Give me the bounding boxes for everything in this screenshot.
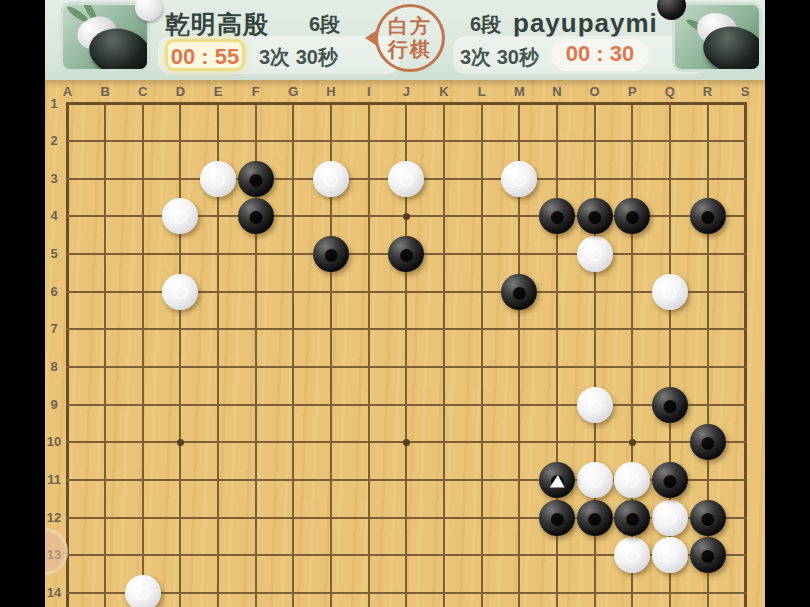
stone-glyph: ○ <box>510 161 528 197</box>
white-stone-H3: ○ <box>313 161 349 197</box>
black-stone-M6: ● <box>501 274 537 310</box>
white-stone-O11: ○ <box>577 462 613 498</box>
column-label-D: D <box>170 84 190 99</box>
stone-glyph: ○ <box>623 537 641 573</box>
grid-hline-8 <box>66 366 747 368</box>
stone-glyph: ○ <box>661 274 679 310</box>
stone-glyph: ● <box>661 387 679 423</box>
stone-glyph: ● <box>322 236 340 272</box>
white-stone-Q6: ○ <box>652 274 688 310</box>
right-player-clock: 00 : 30 <box>551 39 649 71</box>
stone-glyph: ○ <box>661 500 679 536</box>
floating-edge-button[interactable] <box>45 528 68 575</box>
stone-glyph: ● <box>661 462 679 498</box>
row-label-4: 4 <box>45 208 63 223</box>
black-stone-N11: ● <box>539 462 575 498</box>
black-stone-N4: ● <box>539 198 575 234</box>
column-label-H: H <box>321 84 341 99</box>
white-stone-J3: ○ <box>388 161 424 197</box>
black-stone-R13: ● <box>690 537 726 573</box>
column-label-O: O <box>585 84 605 99</box>
stone-glyph: ● <box>698 537 716 573</box>
row-label-9: 9 <box>45 397 63 412</box>
white-stone-C14: ○ <box>125 575 161 607</box>
column-label-F: F <box>246 84 266 99</box>
row-label-11: 11 <box>45 472 63 487</box>
black-stone-N12: ● <box>539 500 575 536</box>
stone-glyph: ● <box>698 500 716 536</box>
seal-line2: 行棋 <box>388 38 432 61</box>
right-player-byoyomi: 3次 30秒 <box>460 44 539 71</box>
stone-glyph: ○ <box>586 387 604 423</box>
column-label-N: N <box>547 84 567 99</box>
column-label-G: G <box>283 84 303 99</box>
stone-glyph: ○ <box>209 161 227 197</box>
stone-glyph: ○ <box>322 161 340 197</box>
white-stone-Q12: ○ <box>652 500 688 536</box>
grid-hline-7 <box>66 328 747 330</box>
right-player-rank: 6段 <box>470 11 501 38</box>
stone-glyph: ○ <box>623 462 641 498</box>
white-stone-D6: ○ <box>162 274 198 310</box>
white-stone-Q13: ○ <box>652 537 688 573</box>
black-stone-P12: ● <box>614 500 650 536</box>
black-stone-P4: ● <box>614 198 650 234</box>
white-stone-O9: ○ <box>577 387 613 423</box>
stone-glyph: ● <box>548 198 566 234</box>
white-stone-indicator <box>135 0 162 21</box>
column-label-L: L <box>472 84 492 99</box>
black-stone-J5: ● <box>388 236 424 272</box>
column-label-J: J <box>396 84 416 99</box>
row-label-8: 8 <box>45 359 63 374</box>
row-label-5: 5 <box>45 246 63 261</box>
black-stone-H5: ● <box>313 236 349 272</box>
stone-glyph: ● <box>247 161 265 197</box>
stone-glyph: ○ <box>586 236 604 272</box>
white-stone-M3: ○ <box>501 161 537 197</box>
star-point-J10 <box>403 439 410 446</box>
star-point-J4 <box>403 213 410 220</box>
star-point-P10 <box>629 439 636 446</box>
right-player-name: payupaymi <box>513 8 658 39</box>
stone-glyph: ○ <box>661 537 679 573</box>
right-player-avatar[interactable] <box>672 2 762 72</box>
seal-line1: 白方 <box>388 15 432 38</box>
black-stone-Q9: ● <box>652 387 688 423</box>
stone-glyph: ● <box>548 500 566 536</box>
column-label-S: S <box>735 84 755 99</box>
letterbox-bar-left <box>0 0 45 607</box>
grid-hline-2 <box>66 140 747 142</box>
black-stone-O12: ● <box>577 500 613 536</box>
turn-seal: 白方 行棋 <box>375 4 445 72</box>
row-label-2: 2 <box>45 133 63 148</box>
star-point-D10 <box>177 439 184 446</box>
stone-glyph: ● <box>623 500 641 536</box>
column-label-R: R <box>698 84 718 99</box>
white-stone-D4: ○ <box>162 198 198 234</box>
stone-glyph: ● <box>247 198 265 234</box>
row-label-1: 1 <box>45 96 63 111</box>
grid-hline-9 <box>66 404 747 406</box>
app-screenshot: 乾明高殷 6段 00 : 55 3次 30秒 白方 行棋 6段 payupaym… <box>0 0 810 607</box>
grid-hline-1 <box>66 102 747 105</box>
left-player-byoyomi: 3次 30秒 <box>259 44 338 71</box>
stone-glyph: ● <box>623 198 641 234</box>
column-label-B: B <box>95 84 115 99</box>
go-board[interactable]: ABCDEFGHIJKLMNOPQRS1234567891011121314○○… <box>45 80 765 607</box>
game-header: 乾明高殷 6段 00 : 55 3次 30秒 白方 行棋 6段 payupaym… <box>45 0 765 80</box>
stone-glyph: ● <box>397 236 415 272</box>
black-stone-O4: ● <box>577 198 613 234</box>
black-stone-F4: ● <box>238 198 274 234</box>
stone-glyph: ○ <box>171 198 189 234</box>
row-label-14: 14 <box>45 585 63 600</box>
row-label-3: 3 <box>45 171 63 186</box>
stone-glyph: ○ <box>586 462 604 498</box>
stone-glyph: ● <box>510 274 528 310</box>
stone-glyph: ● <box>586 198 604 234</box>
stone-glyph: ○ <box>171 274 189 310</box>
black-stone-R12: ● <box>690 500 726 536</box>
white-stone-E3: ○ <box>200 161 236 197</box>
grid-hline-14 <box>66 592 747 594</box>
column-label-M: M <box>509 84 529 99</box>
black-stone-Q11: ● <box>652 462 688 498</box>
row-label-12: 12 <box>45 510 63 525</box>
row-label-6: 6 <box>45 284 63 299</box>
column-label-Q: Q <box>660 84 680 99</box>
white-stone-P11: ○ <box>614 462 650 498</box>
column-label-P: P <box>622 84 642 99</box>
letterbox-bar-right <box>765 0 810 607</box>
black-stone-R10: ● <box>690 424 726 460</box>
row-label-10: 10 <box>45 434 63 449</box>
white-stone-P13: ○ <box>614 537 650 573</box>
column-label-C: C <box>133 84 153 99</box>
row-label-7: 7 <box>45 321 63 336</box>
stone-glyph: ○ <box>134 575 152 607</box>
stone-glyph: ● <box>586 500 604 536</box>
left-player-clock: 00 : 55 <box>165 39 245 71</box>
black-stone-R4: ● <box>690 198 726 234</box>
stone-glyph: ● <box>698 424 716 460</box>
column-label-E: E <box>208 84 228 99</box>
white-stone-O5: ○ <box>577 236 613 272</box>
black-stone-F3: ● <box>238 161 274 197</box>
column-label-K: K <box>434 84 454 99</box>
left-player-rank: 6段 <box>309 11 340 38</box>
stone-glyph: ○ <box>397 161 415 197</box>
column-label-I: I <box>359 84 379 99</box>
stone-glyph: ● <box>698 198 716 234</box>
